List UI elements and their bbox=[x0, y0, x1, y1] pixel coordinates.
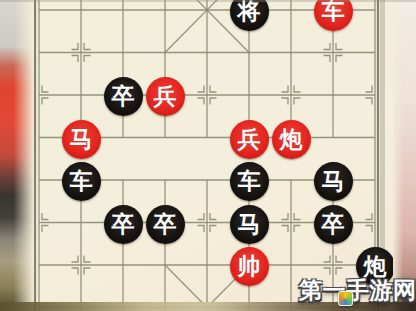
watermark-logo-icon bbox=[338, 291, 353, 306]
piece-glyph: 车 bbox=[70, 162, 93, 201]
piece-red-soldier[interactable]: 兵 bbox=[146, 77, 185, 116]
piece-glyph: 卒 bbox=[112, 205, 135, 244]
xiangqi-puzzle-screenshot: 将车卒兵马兵炮车车马卒卒马卒帅炮 第一手游网 bbox=[0, 0, 416, 311]
piece-glyph: 马 bbox=[70, 120, 93, 159]
piece-black-chariot[interactable]: 车 bbox=[62, 162, 101, 201]
piece-glyph: 将 bbox=[238, 0, 261, 31]
piece-black-horse[interactable]: 马 bbox=[314, 162, 353, 201]
piece-red-soldier[interactable]: 兵 bbox=[230, 120, 269, 159]
piece-glyph: 卒 bbox=[112, 77, 135, 116]
xiangqi-board[interactable]: 将车卒兵马兵炮车车马卒卒马卒帅炮 bbox=[0, 0, 416, 311]
piece-black-soldier[interactable]: 卒 bbox=[314, 205, 353, 244]
photo-edge-left-strip bbox=[0, 0, 34, 311]
piece-red-general[interactable]: 帅 bbox=[230, 247, 269, 286]
watermark: 第一手游网 bbox=[297, 275, 416, 307]
piece-glyph: 马 bbox=[238, 205, 261, 244]
photo-edge-right-strip bbox=[393, 0, 416, 311]
piece-glyph: 车 bbox=[322, 0, 345, 31]
piece-glyph: 兵 bbox=[238, 120, 261, 159]
piece-glyph: 炮 bbox=[280, 120, 303, 159]
piece-glyph: 卒 bbox=[322, 205, 345, 244]
piece-glyph: 帅 bbox=[238, 247, 261, 286]
piece-black-horse[interactable]: 马 bbox=[230, 205, 269, 244]
piece-glyph: 马 bbox=[322, 162, 345, 201]
photo-edge-top-line bbox=[0, 0, 416, 2]
piece-glyph: 车 bbox=[238, 162, 261, 201]
watermark-text: 第一手游网 bbox=[299, 275, 416, 306]
piece-glyph: 卒 bbox=[154, 205, 177, 244]
piece-black-chariot[interactable]: 车 bbox=[230, 162, 269, 201]
piece-glyph: 兵 bbox=[154, 77, 177, 116]
piece-black-soldier[interactable]: 卒 bbox=[104, 77, 143, 116]
board-grid-lines bbox=[0, 0, 416, 311]
piece-black-soldier[interactable]: 卒 bbox=[146, 205, 185, 244]
piece-red-horse[interactable]: 马 bbox=[62, 120, 101, 159]
piece-red-cannon[interactable]: 炮 bbox=[272, 120, 311, 159]
piece-black-soldier[interactable]: 卒 bbox=[104, 205, 143, 244]
